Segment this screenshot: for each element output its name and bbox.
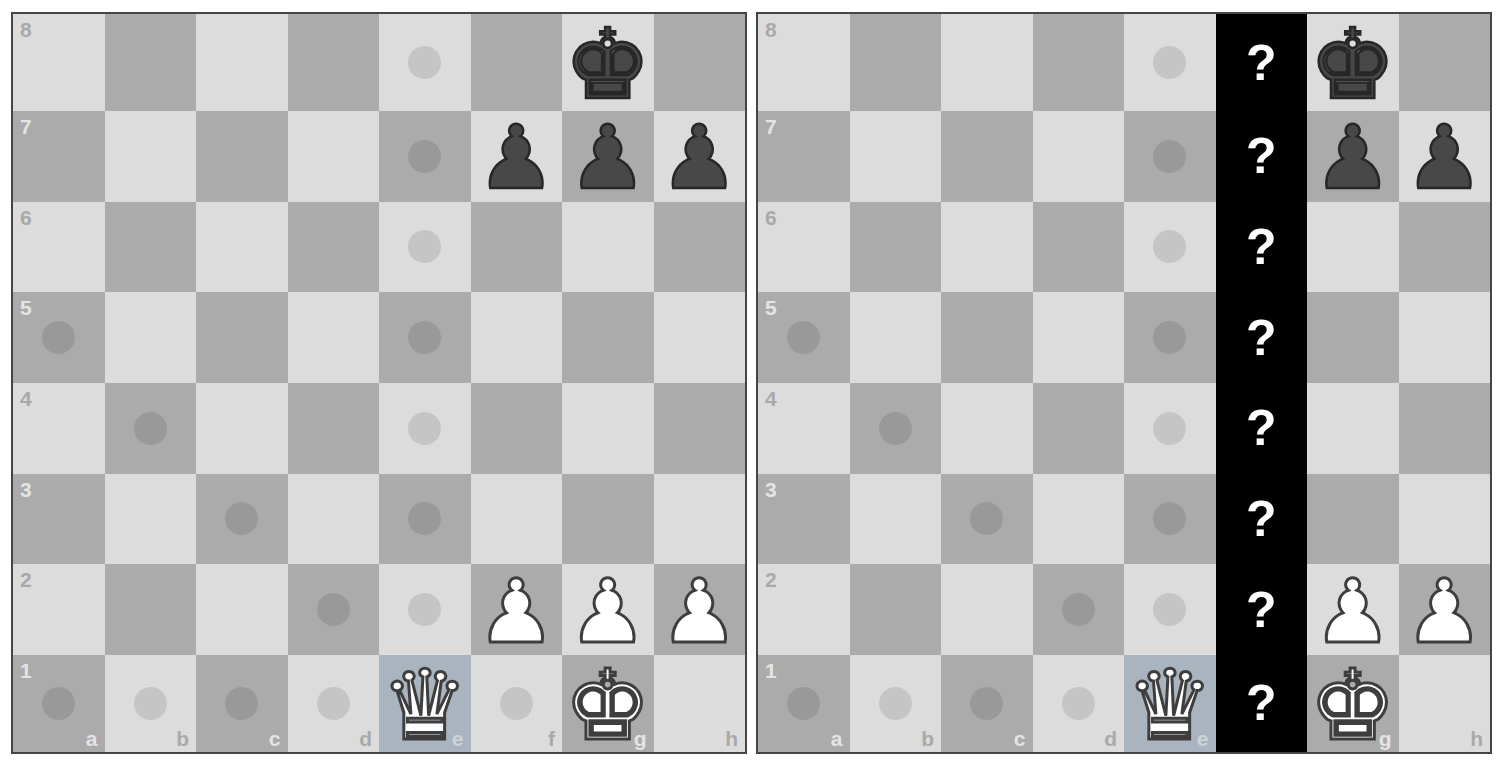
square-h3[interactable] [654,474,746,565]
square-d3[interactable] [288,474,380,565]
square-d5[interactable] [1033,292,1125,383]
rank-label-3: 3 [765,479,777,500]
square-a1[interactable]: 1a [758,655,850,752]
legal-move-dot-e3[interactable] [408,502,441,535]
file-label-h: h [1470,728,1483,749]
square-g8[interactable]: ♚ [562,14,654,111]
rank-label-5: 5 [765,297,777,318]
square-a5[interactable]: 5 [13,292,105,383]
hidden-square-marker: ? [1246,494,1277,544]
legal-move-dot-c3[interactable] [225,502,258,535]
square-h1[interactable]: h [1399,655,1491,752]
square-b8[interactable] [105,14,197,111]
square-f7[interactable]: ? [1216,111,1308,202]
square-a7[interactable]: 7 [13,111,105,202]
square-a4[interactable]: 4 [758,383,850,474]
white-king-g1[interactable]: ♚ [564,657,651,754]
legal-move-dot-a1[interactable] [42,687,75,720]
rank-label-4: 4 [20,388,32,409]
square-b2[interactable] [850,564,942,655]
square-e1[interactable]: e♛ [1124,655,1216,752]
file-label-c: c [269,728,281,749]
square-e7[interactable] [379,111,471,202]
square-d6[interactable] [1033,202,1125,293]
legal-move-dot-b1[interactable] [879,687,912,720]
rank-label-6: 6 [20,207,32,228]
square-c4[interactable] [196,383,288,474]
square-c3[interactable] [941,474,1033,565]
square-g6[interactable] [1307,202,1399,293]
square-d2[interactable] [288,564,380,655]
square-a7[interactable]: 7 [758,111,850,202]
square-a4[interactable]: 4 [13,383,105,474]
square-e4[interactable] [379,383,471,474]
legal-move-dot-e2[interactable] [408,593,441,626]
square-d8[interactable] [288,14,380,111]
square-e8[interactable] [1124,14,1216,111]
black-king-g8[interactable]: ♚ [1309,16,1396,113]
square-f2[interactable]: ? [1216,564,1308,655]
square-f5[interactable]: ? [1216,292,1308,383]
square-h7[interactable]: ♟ [654,111,746,202]
legal-move-dot-e8[interactable] [1153,46,1186,79]
legal-move-dot-a5[interactable] [787,321,820,354]
square-b5[interactable] [105,292,197,383]
rank-label-1: 1 [765,660,777,681]
square-f8[interactable]: ? [1216,14,1308,111]
hidden-square-marker: ? [1246,222,1277,272]
legal-move-dot-e4[interactable] [1153,412,1186,445]
square-b1[interactable]: b [850,655,942,752]
square-g6[interactable] [562,202,654,293]
square-f4[interactable] [471,383,563,474]
square-b4[interactable] [850,383,942,474]
white-pawn-g2[interactable]: ♟ [568,568,647,656]
rank-label-3: 3 [20,479,32,500]
black-king-g8[interactable]: ♚ [564,16,651,113]
square-b5[interactable] [850,292,942,383]
square-g7[interactable]: ♟ [562,111,654,202]
file-label-a: a [831,728,843,749]
square-d8[interactable] [1033,14,1125,111]
square-h2[interactable]: ♟ [1399,564,1491,655]
square-g3[interactable] [562,474,654,565]
square-e6[interactable] [1124,202,1216,293]
square-c6[interactable] [941,202,1033,293]
legal-move-dot-d2[interactable] [1062,593,1095,626]
square-h8[interactable] [1399,14,1491,111]
legal-move-dot-e5[interactable] [408,321,441,354]
legal-move-dot-d1[interactable] [1062,687,1095,720]
square-h6[interactable] [654,202,746,293]
square-e8[interactable] [379,14,471,111]
square-b7[interactable] [105,111,197,202]
square-g4[interactable] [1307,383,1399,474]
file-label-f: f [548,728,555,749]
square-f3[interactable]: ? [1216,474,1308,565]
square-h5[interactable] [654,292,746,383]
legal-move-dot-b4[interactable] [134,412,167,445]
legal-move-dot-e3[interactable] [1153,502,1186,535]
rank-label-2: 2 [20,569,32,590]
legal-move-dot-d2[interactable] [317,593,350,626]
square-c2[interactable] [941,564,1033,655]
white-pawn-h2[interactable]: ♟ [1405,568,1484,656]
legal-move-dot-b4[interactable] [879,412,912,445]
legal-move-dot-c1[interactable] [225,687,258,720]
square-h6[interactable] [1399,202,1491,293]
square-b4[interactable] [105,383,197,474]
square-b6[interactable] [105,202,197,293]
square-e2[interactable] [379,564,471,655]
black-pawn-h7[interactable]: ♟ [1405,114,1484,202]
square-h3[interactable] [1399,474,1491,565]
square-c1[interactable]: c [941,655,1033,752]
chessboard-hidden-f-file: 8?♚7?♟♟6?5?4?3?2?♟♟1abcde♛?g♚h [756,12,1492,754]
square-h5[interactable] [1399,292,1491,383]
square-d1[interactable]: d [288,655,380,752]
rank-label-8: 8 [20,19,32,40]
square-b2[interactable] [105,564,197,655]
rank-label-5: 5 [20,297,32,318]
square-d7[interactable] [1033,111,1125,202]
square-a8[interactable]: 8 [13,14,105,111]
legal-move-dot-d1[interactable] [317,687,350,720]
legal-move-dot-e7[interactable] [1153,140,1186,173]
square-h2[interactable]: ♟ [654,564,746,655]
square-b3[interactable] [105,474,197,565]
legal-move-dot-c1[interactable] [970,687,1003,720]
white-pawn-h2[interactable]: ♟ [660,568,739,656]
rank-label-7: 7 [765,116,777,137]
white-queen-e1[interactable]: ♛ [381,657,468,754]
square-b3[interactable] [850,474,942,565]
square-f2[interactable]: ♟ [471,564,563,655]
square-g1[interactable]: g♚ [1307,655,1399,752]
rank-label-2: 2 [765,569,777,590]
legal-move-dot-f1[interactable] [500,687,533,720]
square-a8[interactable]: 8 [758,14,850,111]
square-c3[interactable] [196,474,288,565]
square-d1[interactable]: d [1033,655,1125,752]
square-b6[interactable] [850,202,942,293]
square-c1[interactable]: c [196,655,288,752]
square-a1[interactable]: 1a [13,655,105,752]
rank-label-4: 4 [765,388,777,409]
legal-move-dot-e8[interactable] [408,46,441,79]
white-king-g1[interactable]: ♚ [1309,657,1396,754]
black-pawn-h7[interactable]: ♟ [660,114,739,202]
file-label-b: b [176,728,189,749]
square-e1[interactable]: e♛ [379,655,471,752]
square-a3[interactable]: 3 [758,474,850,565]
square-d7[interactable] [288,111,380,202]
square-b7[interactable] [850,111,942,202]
square-e7[interactable] [1124,111,1216,202]
square-g4[interactable] [562,383,654,474]
white-pawn-g2[interactable]: ♟ [1313,568,1392,656]
square-f6[interactable]: ? [1216,202,1308,293]
rank-label-6: 6 [765,207,777,228]
legal-move-dot-e6[interactable] [1153,230,1186,263]
hidden-square-marker: ? [1246,313,1277,363]
square-f6[interactable] [471,202,563,293]
square-d5[interactable] [288,292,380,383]
chessboard-full-position: 8♚7♟♟♟65432♟♟♟1abcde♛fg♚h [11,12,747,754]
square-d3[interactable] [1033,474,1125,565]
square-c8[interactable] [196,14,288,111]
legal-move-dot-e7[interactable] [408,140,441,173]
square-h8[interactable] [654,14,746,111]
file-label-b: b [921,728,934,749]
square-h1[interactable]: h [654,655,746,752]
square-e3[interactable] [1124,474,1216,565]
square-g2[interactable]: ♟ [562,564,654,655]
square-c6[interactable] [196,202,288,293]
square-c4[interactable] [941,383,1033,474]
square-c8[interactable] [941,14,1033,111]
square-f4[interactable]: ? [1216,383,1308,474]
square-a2[interactable]: 2 [758,564,850,655]
square-a5[interactable]: 5 [758,292,850,383]
square-d4[interactable] [1033,383,1125,474]
square-g2[interactable]: ♟ [1307,564,1399,655]
hidden-square-marker: ? [1246,38,1277,88]
legal-move-dot-e4[interactable] [408,412,441,445]
legal-move-dot-a5[interactable] [42,321,75,354]
square-c5[interactable] [196,292,288,383]
square-a6[interactable]: 6 [13,202,105,293]
hidden-square-marker: ? [1246,678,1277,728]
square-a3[interactable]: 3 [13,474,105,565]
hidden-square-marker: ? [1246,131,1277,181]
file-label-d: d [359,728,372,749]
file-label-c: c [1014,728,1026,749]
square-f5[interactable] [471,292,563,383]
rank-label-1: 1 [20,660,32,681]
square-d2[interactable] [1033,564,1125,655]
file-label-d: d [1104,728,1117,749]
square-e5[interactable] [379,292,471,383]
square-d4[interactable] [288,383,380,474]
square-e5[interactable] [1124,292,1216,383]
square-a6[interactable]: 6 [758,202,850,293]
square-g7[interactable]: ♟ [1307,111,1399,202]
square-e4[interactable] [1124,383,1216,474]
white-pawn-f2[interactable]: ♟ [477,568,556,656]
square-f3[interactable] [471,474,563,565]
legal-move-dot-e6[interactable] [408,230,441,263]
square-h4[interactable] [654,383,746,474]
rank-label-8: 8 [765,19,777,40]
file-label-h: h [725,728,738,749]
square-g3[interactable] [1307,474,1399,565]
hidden-square-marker: ? [1246,403,1277,453]
square-c7[interactable] [941,111,1033,202]
square-e6[interactable] [379,202,471,293]
square-c7[interactable] [196,111,288,202]
square-e2[interactable] [1124,564,1216,655]
legal-move-dot-b1[interactable] [134,687,167,720]
white-queen-e1[interactable]: ♛ [1126,657,1213,754]
black-pawn-g7[interactable]: ♟ [1313,114,1392,202]
square-g1[interactable]: g♚ [562,655,654,752]
square-f1[interactable]: ? [1216,655,1308,752]
square-b1[interactable]: b [105,655,197,752]
square-c2[interactable] [196,564,288,655]
square-g5[interactable] [1307,292,1399,383]
legal-move-dot-c3[interactable] [970,502,1003,535]
square-d6[interactable] [288,202,380,293]
square-g5[interactable] [562,292,654,383]
square-f7[interactable]: ♟ [471,111,563,202]
file-label-a: a [86,728,98,749]
rank-label-7: 7 [20,116,32,137]
legal-move-dot-e2[interactable] [1153,593,1186,626]
square-b8[interactable] [850,14,942,111]
square-g8[interactable]: ♚ [1307,14,1399,111]
square-f8[interactable] [471,14,563,111]
square-h7[interactable]: ♟ [1399,111,1491,202]
square-h4[interactable] [1399,383,1491,474]
square-e3[interactable] [379,474,471,565]
hidden-square-marker: ? [1246,585,1277,635]
square-a2[interactable]: 2 [13,564,105,655]
square-c5[interactable] [941,292,1033,383]
legal-move-dot-e5[interactable] [1153,321,1186,354]
square-f1[interactable]: f [471,655,563,752]
legal-move-dot-a1[interactable] [787,687,820,720]
black-pawn-g7[interactable]: ♟ [568,114,647,202]
black-pawn-f7[interactable]: ♟ [477,114,556,202]
